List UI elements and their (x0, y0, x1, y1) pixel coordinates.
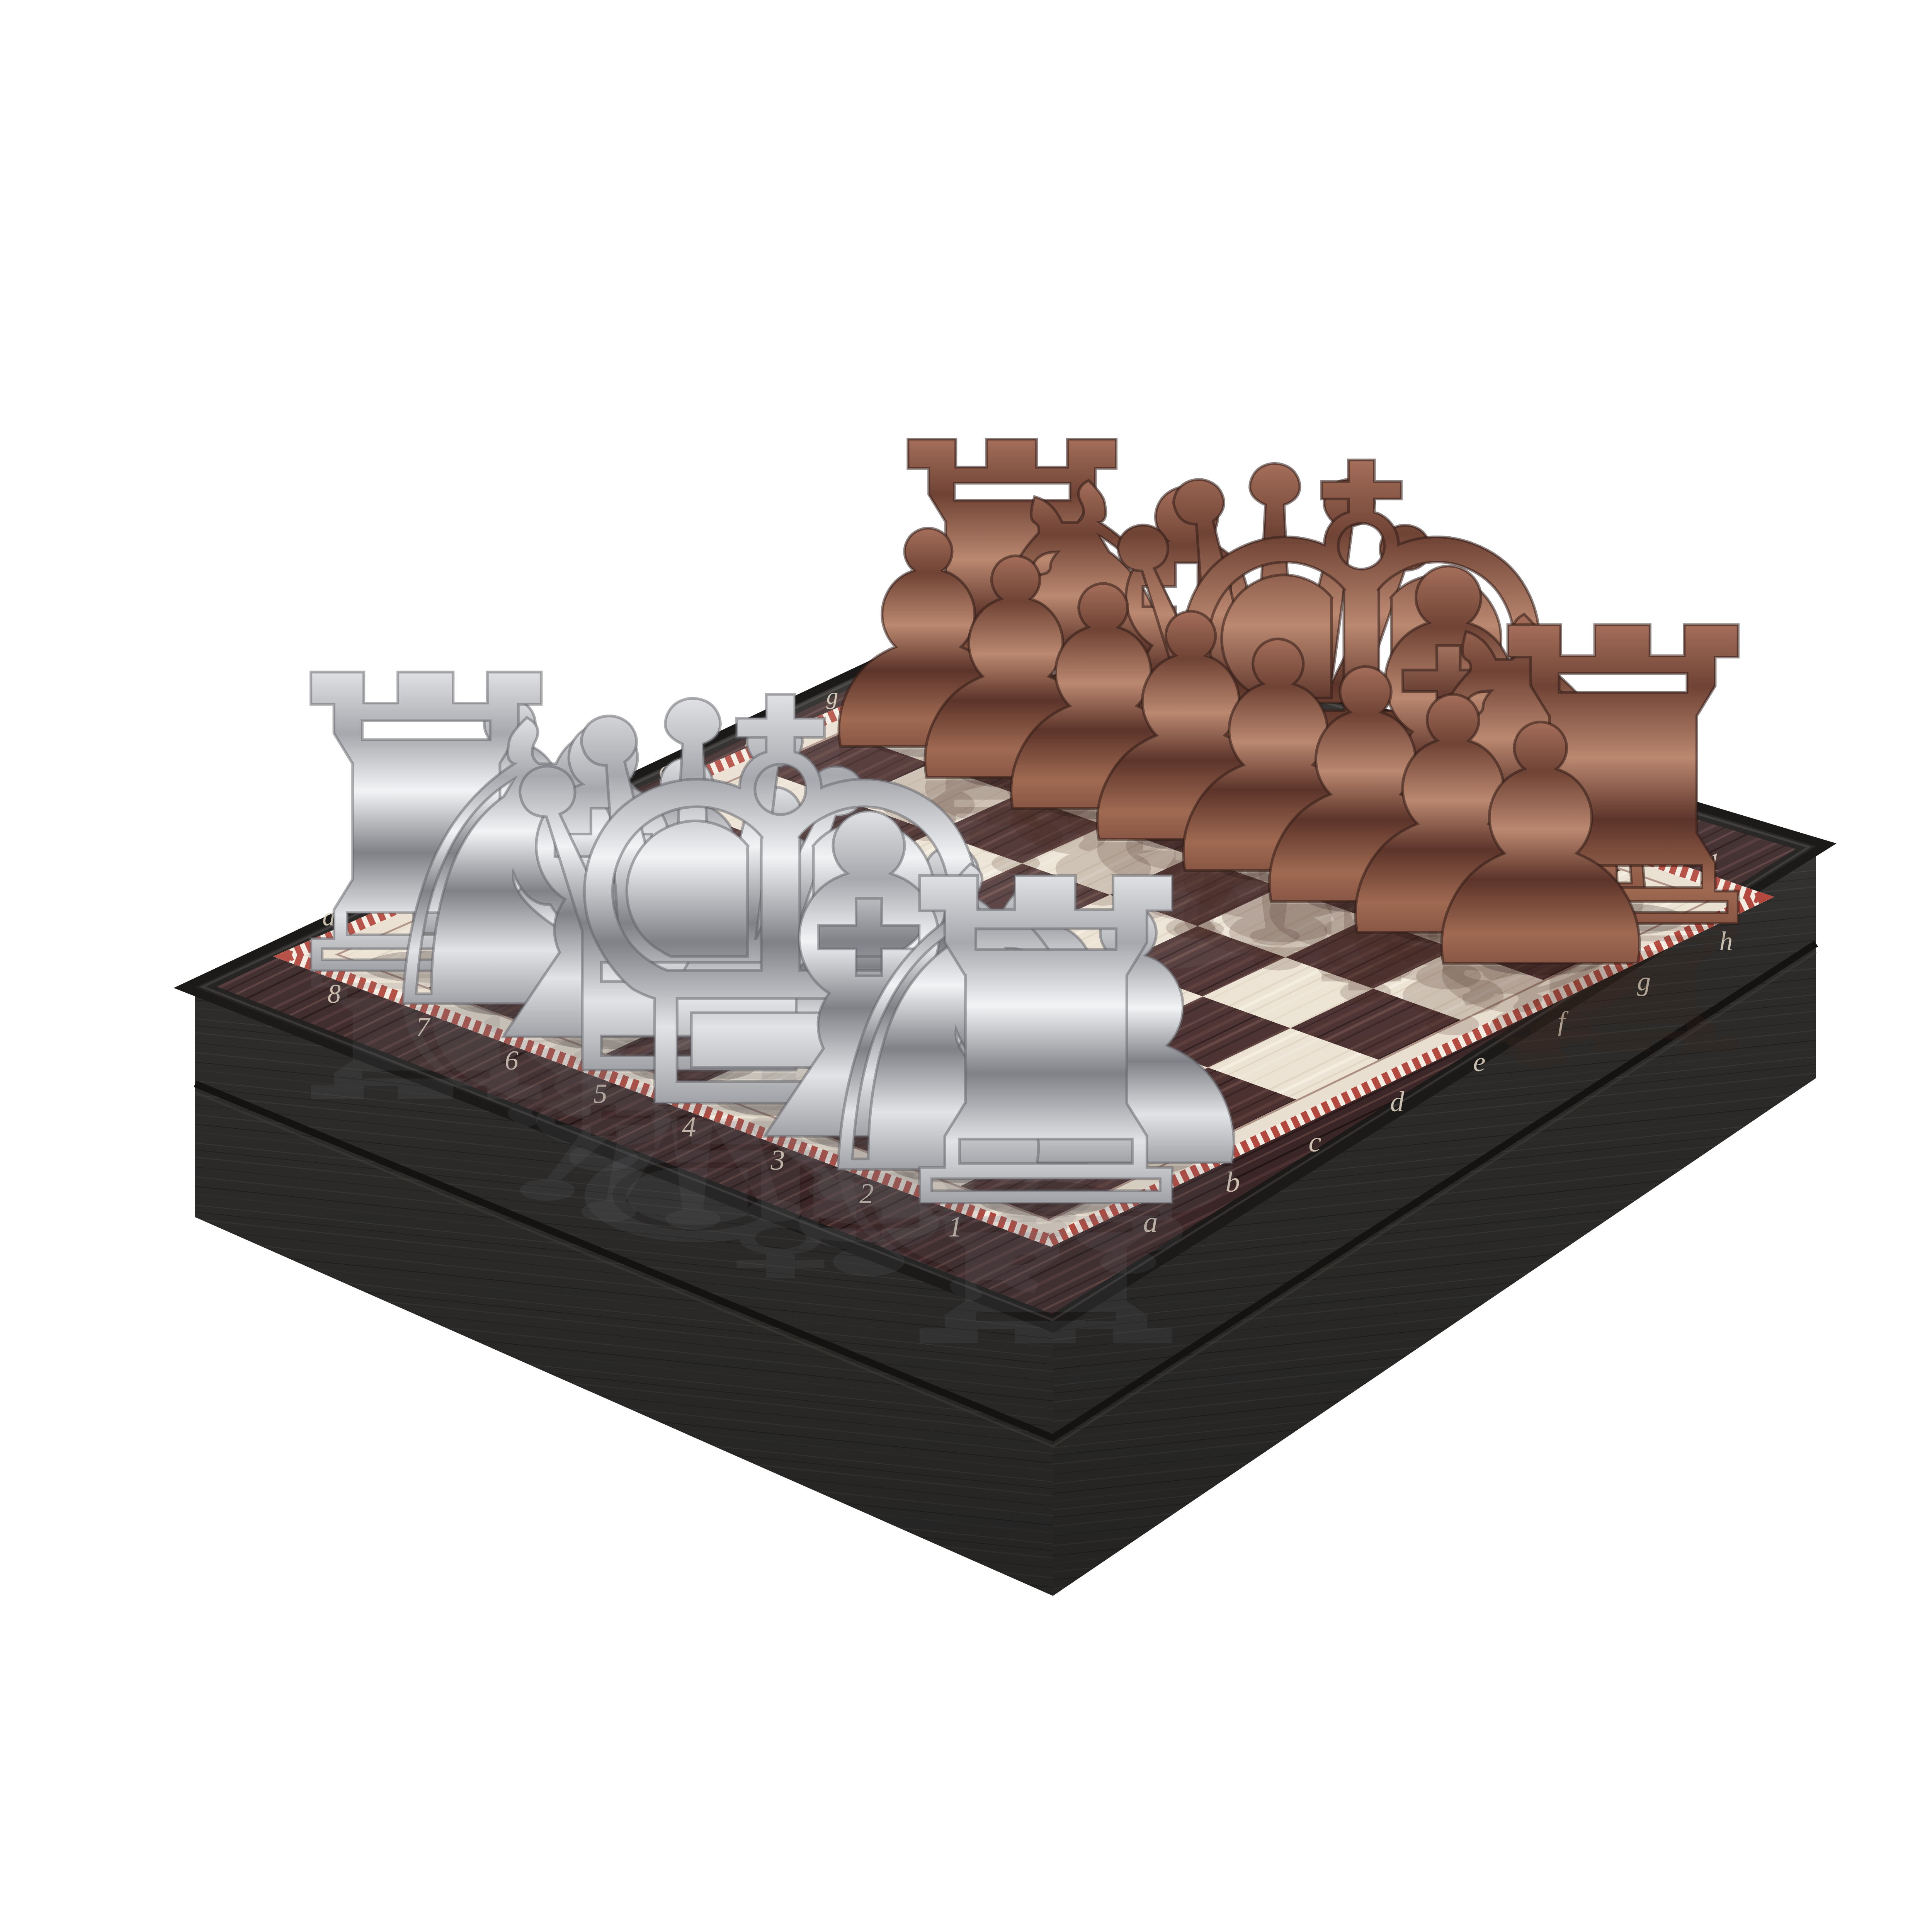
board-scene: 12345678abcdefghabcdefgh12345678♜♞♟♝♟♛♟♚… (0, 0, 1932, 1932)
piece-black-pawn-g1[interactable]: ♟ (1393, 657, 1689, 1041)
chess-set-photo: Dark wooden chess storage box set with s… (0, 0, 1932, 1932)
piece-white-rook-a1[interactable]: ♜ (845, 786, 1247, 1308)
